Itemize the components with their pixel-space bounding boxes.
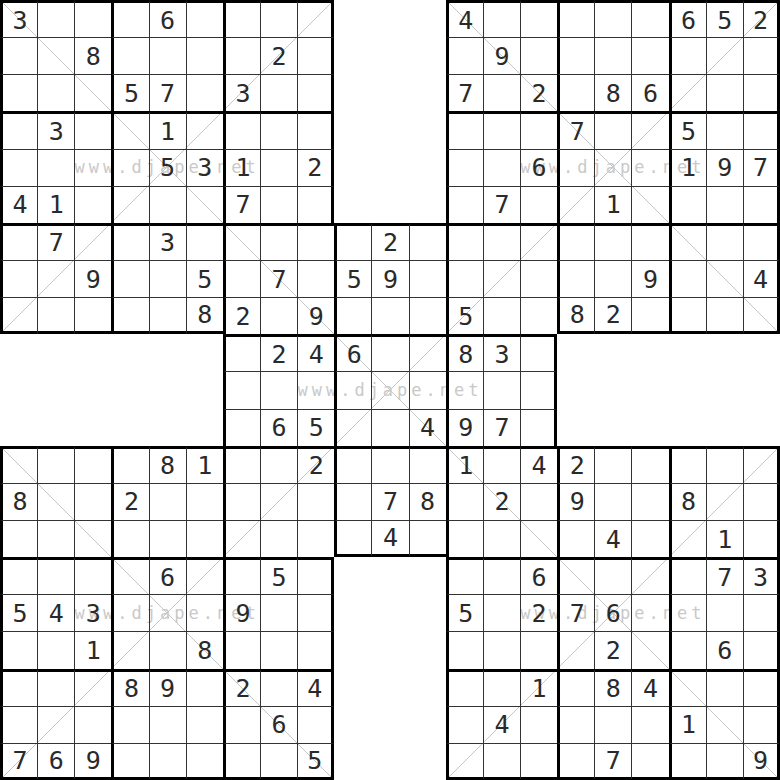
given-cell-r21c9: 5 — [297, 743, 334, 780]
empty-cell-r10c12[interactable] — [409, 334, 446, 371]
given-cell-r19c18: 4 — [631, 669, 668, 706]
empty-cell-r11c15[interactable] — [520, 371, 557, 408]
empty-cell-r18c8[interactable] — [260, 631, 297, 668]
empty-cell-r5c1[interactable] — [0, 149, 37, 186]
empty-cell-r20c1[interactable] — [0, 706, 37, 743]
empty-cell-r15c13[interactable] — [446, 520, 483, 557]
empty-cell-r2c7[interactable] — [223, 37, 260, 74]
empty-cell-r1c6[interactable] — [186, 0, 223, 37]
empty-cell-r3c20[interactable] — [706, 74, 743, 111]
given-cell-r19c15: 1 — [520, 669, 557, 706]
empty-cell-r14c7[interactable] — [223, 483, 260, 520]
empty-cell-r17c14[interactable] — [483, 594, 520, 631]
empty-cell-r1c9[interactable] — [297, 0, 334, 37]
empty-cell-r9c3[interactable] — [74, 297, 111, 334]
given-cell-r18c20: 6 — [706, 631, 743, 668]
empty-cell-r9c11[interactable] — [371, 297, 408, 334]
empty-cell-r2c17[interactable] — [594, 37, 631, 74]
empty-cell-r19c3[interactable] — [74, 669, 111, 706]
empty-cell-r5c17[interactable] — [594, 149, 631, 186]
empty-cell-r7c21[interactable] — [743, 223, 780, 260]
empty-cell-r21c6[interactable] — [186, 743, 223, 780]
empty-cell-r19c14[interactable] — [483, 669, 520, 706]
empty-cell-r2c18[interactable] — [631, 37, 668, 74]
empty-cell-r10c11[interactable] — [371, 334, 408, 371]
empty-cell-r20c18[interactable] — [631, 706, 668, 743]
empty-cell-r8c20[interactable] — [706, 260, 743, 297]
gap-r18c11 — [371, 631, 408, 668]
empty-cell-r17c19[interactable] — [669, 594, 706, 631]
empty-cell-r19c8[interactable] — [260, 669, 297, 706]
empty-cell-r14c20[interactable] — [706, 483, 743, 520]
empty-cell-r5c2[interactable] — [37, 149, 74, 186]
empty-cell-r21c16[interactable] — [557, 743, 594, 780]
given-cell-r1c21: 2 — [743, 0, 780, 37]
empty-cell-r13c17[interactable] — [594, 446, 631, 483]
given-cell-r10c10: 6 — [334, 334, 371, 371]
empty-cell-r19c2[interactable] — [37, 669, 74, 706]
gap-r10c20 — [706, 334, 743, 371]
empty-cell-r1c18[interactable] — [631, 0, 668, 37]
empty-cell-r17c20[interactable] — [706, 594, 743, 631]
empty-cell-r1c2[interactable] — [37, 0, 74, 37]
empty-cell-r13c11[interactable] — [371, 446, 408, 483]
empty-cell-r7c12[interactable] — [409, 223, 446, 260]
empty-cell-r15c6[interactable] — [186, 520, 223, 557]
empty-cell-r4c3[interactable] — [74, 111, 111, 148]
empty-cell-r17c6[interactable] — [186, 594, 223, 631]
empty-cell-r13c4[interactable] — [111, 446, 148, 483]
empty-cell-r14c2[interactable] — [37, 483, 74, 520]
given-cell-r13c6: 1 — [186, 446, 223, 483]
empty-cell-r15c8[interactable] — [260, 520, 297, 557]
empty-cell-r9c5[interactable] — [149, 297, 186, 334]
empty-cell-r5c8[interactable] — [260, 149, 297, 186]
empty-cell-r13c12[interactable] — [409, 446, 446, 483]
empty-cell-r7c15[interactable] — [520, 223, 557, 260]
empty-cell-r1c7[interactable] — [223, 0, 260, 37]
empty-cell-r20c3[interactable] — [74, 706, 111, 743]
empty-cell-r15c9[interactable] — [297, 520, 334, 557]
empty-cell-r16c3[interactable] — [74, 557, 111, 594]
empty-cell-r2c1[interactable] — [0, 37, 37, 74]
empty-cell-r4c14[interactable] — [483, 111, 520, 148]
empty-cell-r7c1[interactable] — [0, 223, 37, 260]
given-cell-r8c3: 9 — [74, 260, 111, 297]
empty-cell-r8c9[interactable] — [297, 260, 334, 297]
empty-cell-r2c16[interactable] — [557, 37, 594, 74]
empty-cell-r2c13[interactable] — [446, 37, 483, 74]
empty-cell-r13c8[interactable] — [260, 446, 297, 483]
gap-r11c19 — [669, 371, 706, 408]
empty-cell-r13c18[interactable] — [631, 446, 668, 483]
empty-cell-r7c4[interactable] — [111, 223, 148, 260]
gap-r20c12 — [409, 706, 446, 743]
empty-cell-r18c5[interactable] — [149, 631, 186, 668]
empty-cell-r7c9[interactable] — [297, 223, 334, 260]
empty-cell-r11c13[interactable] — [446, 371, 483, 408]
empty-cell-r12c10[interactable] — [334, 409, 371, 446]
empty-cell-r7c19[interactable] — [669, 223, 706, 260]
empty-cell-r14c10[interactable] — [334, 483, 371, 520]
empty-cell-r13c2[interactable] — [37, 446, 74, 483]
empty-cell-r20c17[interactable] — [594, 706, 631, 743]
empty-cell-r18c16[interactable] — [557, 631, 594, 668]
empty-cell-r8c16[interactable] — [557, 260, 594, 297]
empty-cell-r7c20[interactable] — [706, 223, 743, 260]
empty-cell-r20c16[interactable] — [557, 706, 594, 743]
given-cell-r6c2: 1 — [37, 186, 74, 223]
empty-cell-r17c8[interactable] — [260, 594, 297, 631]
empty-cell-r16c18[interactable] — [631, 557, 668, 594]
empty-cell-r10c15[interactable] — [520, 334, 557, 371]
empty-cell-r6c4[interactable] — [111, 186, 148, 223]
empty-cell-r3c1[interactable] — [0, 74, 37, 111]
empty-cell-r19c6[interactable] — [186, 669, 223, 706]
empty-cell-r15c18[interactable] — [631, 520, 668, 557]
empty-cell-r4c21[interactable] — [743, 111, 780, 148]
empty-cell-r16c9[interactable] — [297, 557, 334, 594]
empty-cell-r14c17[interactable] — [594, 483, 631, 520]
empty-cell-r15c7[interactable] — [223, 520, 260, 557]
empty-cell-r1c3[interactable] — [74, 0, 111, 37]
empty-cell-r1c16[interactable] — [557, 0, 594, 37]
empty-cell-r9c19[interactable] — [669, 297, 706, 334]
empty-cell-r14c3[interactable] — [74, 483, 111, 520]
empty-cell-r8c1[interactable] — [0, 260, 37, 297]
empty-cell-r2c21[interactable] — [743, 37, 780, 74]
empty-cell-r7c7[interactable] — [223, 223, 260, 260]
empty-cell-r13c1[interactable] — [0, 446, 37, 483]
empty-cell-r11c10[interactable] — [334, 371, 371, 408]
empty-cell-r18c18[interactable] — [631, 631, 668, 668]
empty-cell-r8c5[interactable] — [149, 260, 186, 297]
empty-cell-r21c8[interactable] — [260, 743, 297, 780]
empty-cell-r20c20[interactable] — [706, 706, 743, 743]
empty-cell-r16c13[interactable] — [446, 557, 483, 594]
empty-cell-r18c7[interactable] — [223, 631, 260, 668]
empty-cell-r21c18[interactable] — [631, 743, 668, 780]
empty-cell-r15c12[interactable] — [409, 520, 446, 557]
empty-cell-r14c8[interactable] — [260, 483, 297, 520]
given-cell-r20c14: 4 — [483, 706, 520, 743]
empty-cell-r6c21[interactable] — [743, 186, 780, 223]
empty-cell-r6c18[interactable] — [631, 186, 668, 223]
empty-cell-r15c2[interactable] — [37, 520, 74, 557]
empty-cell-r12c15[interactable] — [520, 409, 557, 446]
empty-cell-r13c7[interactable] — [223, 446, 260, 483]
empty-cell-r3c14[interactable] — [483, 74, 520, 111]
empty-cell-r6c3[interactable] — [74, 186, 111, 223]
given-cell-r12c12: 4 — [409, 409, 446, 446]
empty-cell-r4c18[interactable] — [631, 111, 668, 148]
gap-r10c19 — [669, 334, 706, 371]
empty-cell-r4c17[interactable] — [594, 111, 631, 148]
given-cell-r15c17: 4 — [594, 520, 631, 557]
given-cell-r3c7: 3 — [223, 74, 260, 111]
empty-cell-r5c4[interactable] — [111, 149, 148, 186]
empty-cell-r18c15[interactable] — [520, 631, 557, 668]
empty-cell-r19c13[interactable] — [446, 669, 483, 706]
empty-cell-r9c2[interactable] — [37, 297, 74, 334]
empty-cell-r5c14[interactable] — [483, 149, 520, 186]
empty-cell-r6c8[interactable] — [260, 186, 297, 223]
empty-cell-r5c16[interactable] — [557, 149, 594, 186]
given-cell-r19c5: 9 — [149, 669, 186, 706]
empty-cell-r8c17[interactable] — [594, 260, 631, 297]
empty-cell-r5c3[interactable] — [74, 149, 111, 186]
empty-cell-r9c4[interactable] — [111, 297, 148, 334]
empty-cell-r9c10[interactable] — [334, 297, 371, 334]
empty-cell-r4c15[interactable] — [520, 111, 557, 148]
empty-cell-r16c14[interactable] — [483, 557, 520, 594]
empty-cell-r17c4[interactable] — [111, 594, 148, 631]
empty-cell-r16c1[interactable] — [0, 557, 37, 594]
empty-cell-r7c14[interactable] — [483, 223, 520, 260]
given-cell-r5c20: 9 — [706, 149, 743, 186]
empty-cell-r11c11[interactable] — [371, 371, 408, 408]
gap-r19c12 — [409, 669, 446, 706]
empty-cell-r7c13[interactable] — [446, 223, 483, 260]
empty-cell-r20c4[interactable] — [111, 706, 148, 743]
gap-r11c4 — [111, 371, 148, 408]
empty-cell-r13c3[interactable] — [74, 446, 111, 483]
empty-cell-r6c19[interactable] — [669, 186, 706, 223]
empty-cell-r21c5[interactable] — [149, 743, 186, 780]
empty-cell-r7c18[interactable] — [631, 223, 668, 260]
empty-cell-r7c16[interactable] — [557, 223, 594, 260]
empty-cell-r14c15[interactable] — [520, 483, 557, 520]
empty-cell-r8c13[interactable] — [446, 260, 483, 297]
empty-cell-r6c20[interactable] — [706, 186, 743, 223]
empty-cell-r10c7[interactable] — [223, 334, 260, 371]
empty-cell-r19c20[interactable] — [706, 669, 743, 706]
empty-cell-r11c14[interactable] — [483, 371, 520, 408]
empty-cell-r4c13[interactable] — [446, 111, 483, 148]
empty-cell-r21c15[interactable] — [520, 743, 557, 780]
empty-cell-r1c17[interactable] — [594, 0, 631, 37]
gap-r1c11 — [371, 0, 408, 37]
empty-cell-r15c16[interactable] — [557, 520, 594, 557]
empty-cell-r3c16[interactable] — [557, 74, 594, 111]
empty-cell-r15c5[interactable] — [149, 520, 186, 557]
empty-cell-r6c13[interactable] — [446, 186, 483, 223]
empty-cell-r15c4[interactable] — [111, 520, 148, 557]
empty-cell-r19c21[interactable] — [743, 669, 780, 706]
empty-cell-r4c6[interactable] — [186, 111, 223, 148]
empty-cell-r2c20[interactable] — [706, 37, 743, 74]
given-cell-r15c20: 1 — [706, 520, 743, 557]
empty-cell-r9c12[interactable] — [409, 297, 446, 334]
empty-cell-r3c2[interactable] — [37, 74, 74, 111]
empty-cell-r4c20[interactable] — [706, 111, 743, 148]
empty-cell-r15c1[interactable] — [0, 520, 37, 557]
empty-cell-r20c9[interactable] — [297, 706, 334, 743]
empty-cell-r21c19[interactable] — [669, 743, 706, 780]
empty-cell-r16c17[interactable] — [594, 557, 631, 594]
empty-cell-r14c6[interactable] — [186, 483, 223, 520]
empty-cell-r21c13[interactable] — [446, 743, 483, 780]
empty-cell-r6c5[interactable] — [149, 186, 186, 223]
empty-cell-r13c21[interactable] — [743, 446, 780, 483]
empty-cell-r8c14[interactable] — [483, 260, 520, 297]
empty-cell-r6c16[interactable] — [557, 186, 594, 223]
empty-cell-r4c8[interactable] — [260, 111, 297, 148]
empty-cell-r17c5[interactable] — [149, 594, 186, 631]
empty-cell-r21c4[interactable] — [111, 743, 148, 780]
empty-cell-r16c4[interactable] — [111, 557, 148, 594]
given-cell-r1c19: 6 — [669, 0, 706, 37]
empty-cell-r8c7[interactable] — [223, 260, 260, 297]
empty-cell-r2c9[interactable] — [297, 37, 334, 74]
empty-cell-r3c19[interactable] — [669, 74, 706, 111]
empty-cell-r16c7[interactable] — [223, 557, 260, 594]
empty-cell-r11c9[interactable] — [297, 371, 334, 408]
empty-cell-r15c21[interactable] — [743, 520, 780, 557]
empty-cell-r18c21[interactable] — [743, 631, 780, 668]
empty-cell-r9c1[interactable] — [0, 297, 37, 334]
empty-cell-r12c7[interactable] — [223, 409, 260, 446]
empty-cell-r21c14[interactable] — [483, 743, 520, 780]
empty-cell-r13c14[interactable] — [483, 446, 520, 483]
empty-cell-r4c4[interactable] — [111, 111, 148, 148]
empty-cell-r20c7[interactable] — [223, 706, 260, 743]
empty-cell-r12c11[interactable] — [371, 409, 408, 446]
empty-cell-r14c21[interactable] — [743, 483, 780, 520]
empty-cell-r15c3[interactable] — [74, 520, 111, 557]
empty-cell-r14c13[interactable] — [446, 483, 483, 520]
empty-cell-r14c9[interactable] — [297, 483, 334, 520]
empty-cell-r20c2[interactable] — [37, 706, 74, 743]
gap-r12c17 — [594, 409, 631, 446]
empty-cell-r20c13[interactable] — [446, 706, 483, 743]
empty-cell-r7c6[interactable] — [186, 223, 223, 260]
empty-cell-r18c14[interactable] — [483, 631, 520, 668]
empty-cell-r15c10[interactable] — [334, 520, 371, 557]
empty-cell-r15c19[interactable] — [669, 520, 706, 557]
given-cell-r2c14: 9 — [483, 37, 520, 74]
empty-cell-r16c16[interactable] — [557, 557, 594, 594]
empty-cell-r7c3[interactable] — [74, 223, 111, 260]
empty-cell-r4c7[interactable] — [223, 111, 260, 148]
gap-r6c10 — [334, 186, 371, 223]
empty-cell-r5c13[interactable] — [446, 149, 483, 186]
empty-cell-r20c21[interactable] — [743, 706, 780, 743]
empty-cell-r1c15[interactable] — [520, 0, 557, 37]
empty-cell-r9c8[interactable] — [260, 297, 297, 334]
empty-cell-r6c9[interactable] — [297, 186, 334, 223]
empty-cell-r19c1[interactable] — [0, 669, 37, 706]
empty-cell-r2c5[interactable] — [149, 37, 186, 74]
empty-cell-r17c18[interactable] — [631, 594, 668, 631]
empty-cell-r2c19[interactable] — [669, 37, 706, 74]
given-cell-r16c15: 6 — [520, 557, 557, 594]
empty-cell-r6c6[interactable] — [186, 186, 223, 223]
empty-cell-r20c6[interactable] — [186, 706, 223, 743]
empty-cell-r9c18[interactable] — [631, 297, 668, 334]
given-cell-r17c13: 5 — [446, 594, 483, 631]
empty-cell-r18c13[interactable] — [446, 631, 483, 668]
empty-cell-r11c7[interactable] — [223, 371, 260, 408]
empty-cell-r1c14[interactable] — [483, 0, 520, 37]
empty-cell-r18c1[interactable] — [0, 631, 37, 668]
given-cell-r20c19: 1 — [669, 706, 706, 743]
empty-cell-r17c21[interactable] — [743, 594, 780, 631]
empty-cell-r3c3[interactable] — [74, 74, 111, 111]
empty-cell-r11c12[interactable] — [409, 371, 446, 408]
empty-cell-r13c19[interactable] — [669, 446, 706, 483]
empty-cell-r16c6[interactable] — [186, 557, 223, 594]
empty-cell-r18c9[interactable] — [297, 631, 334, 668]
given-cell-r10c8: 2 — [260, 334, 297, 371]
empty-cell-r18c2[interactable] — [37, 631, 74, 668]
gap-r6c12 — [409, 186, 446, 223]
given-cell-r19c9: 4 — [297, 669, 334, 706]
empty-cell-r7c10[interactable] — [334, 223, 371, 260]
empty-cell-r2c4[interactable] — [111, 37, 148, 74]
empty-cell-r19c19[interactable] — [669, 669, 706, 706]
empty-cell-r16c2[interactable] — [37, 557, 74, 594]
empty-cell-r11c8[interactable] — [260, 371, 297, 408]
empty-cell-r6c15[interactable] — [520, 186, 557, 223]
empty-cell-r3c6[interactable] — [186, 74, 223, 111]
empty-cell-r17c9[interactable] — [297, 594, 334, 631]
given-cell-r18c3: 1 — [74, 631, 111, 668]
empty-cell-r21c20[interactable] — [706, 743, 743, 780]
empty-cell-r14c18[interactable] — [631, 483, 668, 520]
empty-cell-r13c10[interactable] — [334, 446, 371, 483]
empty-cell-r9c20[interactable] — [706, 297, 743, 334]
empty-cell-r4c9[interactable] — [297, 111, 334, 148]
empty-cell-r16c19[interactable] — [669, 557, 706, 594]
given-cell-r21c2: 6 — [37, 743, 74, 780]
empty-cell-r8c15[interactable] — [520, 260, 557, 297]
empty-cell-r15c14[interactable] — [483, 520, 520, 557]
empty-cell-r20c5[interactable] — [149, 706, 186, 743]
empty-cell-r9c21[interactable] — [743, 297, 780, 334]
empty-cell-r13c20[interactable] — [706, 446, 743, 483]
empty-cell-r1c4[interactable] — [111, 0, 148, 37]
empty-cell-r15c15[interactable] — [520, 520, 557, 557]
empty-cell-r2c2[interactable] — [37, 37, 74, 74]
empty-cell-r18c4[interactable] — [111, 631, 148, 668]
empty-cell-r7c17[interactable] — [594, 223, 631, 260]
empty-cell-r8c12[interactable] — [409, 260, 446, 297]
empty-cell-r7c8[interactable] — [260, 223, 297, 260]
gap-r3c10 — [334, 74, 371, 111]
empty-cell-r5c18[interactable] — [631, 149, 668, 186]
empty-cell-r20c15[interactable] — [520, 706, 557, 743]
given-cell-r1c20: 5 — [706, 0, 743, 37]
cell-grid: 3646528295737286317553126197417717329575… — [0, 0, 780, 780]
empty-cell-r18c19[interactable] — [669, 631, 706, 668]
empty-cell-r3c21[interactable] — [743, 74, 780, 111]
empty-cell-r2c15[interactable] — [520, 37, 557, 74]
empty-cell-r9c15[interactable] — [520, 297, 557, 334]
empty-cell-r3c9[interactable] — [297, 74, 334, 111]
empty-cell-r3c8[interactable] — [260, 74, 297, 111]
empty-cell-r21c7[interactable] — [223, 743, 260, 780]
empty-cell-r2c6[interactable] — [186, 37, 223, 74]
empty-cell-r9c14[interactable] — [483, 297, 520, 334]
empty-cell-r8c2[interactable] — [37, 260, 74, 297]
empty-cell-r19c16[interactable] — [557, 669, 594, 706]
empty-cell-r4c1[interactable] — [0, 111, 37, 148]
empty-cell-r14c5[interactable] — [149, 483, 186, 520]
empty-cell-r8c19[interactable] — [669, 260, 706, 297]
empty-cell-r8c4[interactable] — [111, 260, 148, 297]
empty-cell-r1c8[interactable] — [260, 0, 297, 37]
